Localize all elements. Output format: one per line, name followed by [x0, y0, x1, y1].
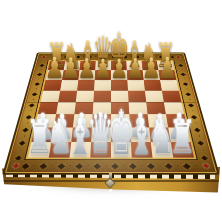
square-b5[interactable] [58, 91, 77, 102]
square-a5[interactable] [41, 91, 61, 102]
box-latch-clasp [102, 173, 118, 197]
clasp-dot [109, 189, 112, 192]
clasp-diamond [104, 177, 115, 188]
square-g5[interactable] [145, 91, 164, 102]
chess-set-photo: ◆·◆·◆·◆·◆·◆·◆·◆·◆·◆·◆·◆·◆·◆·◆·◆· ◆·◆·◆·◆… [0, 0, 222, 222]
border-corner-rosette: ◆ [197, 159, 216, 172]
square-h5[interactable] [162, 91, 182, 102]
border-corner-rosette: ◆ [6, 159, 25, 172]
piece-silver-rook[interactable]: ♜ [158, 115, 208, 161]
piece-gold-pawn[interactable]: ♟ [149, 53, 185, 82]
